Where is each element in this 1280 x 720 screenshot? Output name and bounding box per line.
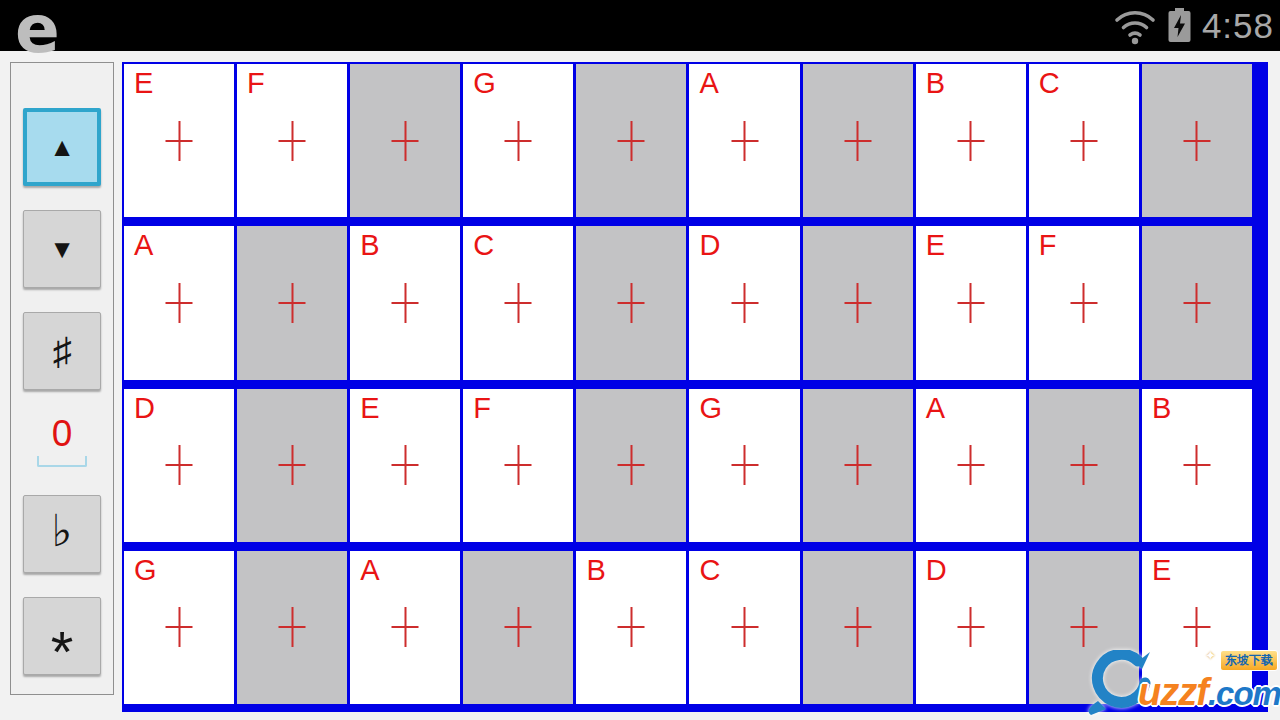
crosshair-icon (1183, 607, 1210, 647)
crosshair-icon (844, 607, 871, 647)
note-cell-G-r4c1[interactable]: G (124, 551, 234, 704)
sparkle-icon: ✦ (1205, 648, 1216, 663)
note-cell-A-r4c3[interactable]: A (350, 551, 460, 704)
sharp-cell-As-r4c4[interactable] (463, 551, 573, 704)
crosshair-icon (392, 445, 419, 485)
note-cell-B-r1c8[interactable]: B (916, 64, 1026, 217)
crosshair-icon (844, 445, 871, 485)
note-cell-E-r2c8[interactable]: E (916, 226, 1026, 379)
note-label: B (360, 229, 379, 262)
crosshair-icon (1183, 283, 1210, 323)
status-bar: e 4:58 (0, 0, 1280, 51)
up-button[interactable]: ▲ (23, 108, 101, 186)
crosshair-icon (1070, 607, 1097, 647)
sharp-cell-Ds-r3c2[interactable] (237, 389, 347, 542)
note-label: G (699, 392, 722, 425)
sharp-cell-As-r3c9[interactable] (1029, 389, 1139, 542)
sharp-cell-Gs-r4c2[interactable] (237, 551, 347, 704)
watermark-main-text: uzzf (1138, 671, 1208, 713)
sharp-cell-Fs-r2c10[interactable] (1142, 226, 1252, 379)
crosshair-icon (731, 445, 758, 485)
toolbar-panel: ▲ ▼ ♯ 0 ♭ * (10, 62, 114, 695)
crosshair-icon (166, 283, 193, 323)
note-label: A (699, 67, 718, 100)
note-label: E (360, 392, 379, 425)
star-button[interactable]: * (23, 597, 101, 675)
crosshair-icon (166, 445, 193, 485)
note-grid: EFGABCABCDEFDEFGABGABCDE (122, 62, 1268, 712)
down-triangle-icon: ▼ (49, 234, 75, 265)
note-label: B (586, 554, 605, 587)
crosshair-icon (392, 607, 419, 647)
watermark-text: uzzf.com (1138, 671, 1280, 714)
note-label: A (926, 392, 945, 425)
crosshair-icon (844, 121, 871, 161)
note-label: B (926, 67, 945, 100)
note-cell-A-r3c8[interactable]: A (916, 389, 1026, 542)
star-icon: * (51, 617, 74, 684)
watermark-suffix-text: .com (1208, 675, 1280, 712)
note-cell-G-r3c6[interactable]: G (689, 389, 799, 542)
note-label: E (1152, 554, 1171, 587)
crosshair-icon (505, 283, 532, 323)
crosshair-icon (844, 283, 871, 323)
counter-underline (37, 456, 87, 467)
crosshair-icon (392, 121, 419, 161)
app-screen: e 4:58 ▲ ▼ ♯ (0, 0, 1280, 720)
note-cell-F-r2c9[interactable]: F (1029, 226, 1139, 379)
note-label: D (699, 229, 720, 262)
sharp-cell-Cs-r1c10[interactable] (1142, 64, 1252, 217)
note-label: D (926, 554, 947, 587)
counter-value: 0 (30, 413, 94, 455)
note-label: E (926, 229, 945, 262)
sharp-cell-Cs-r4c7[interactable] (803, 551, 913, 704)
sharp-cell-Fs-r1c3[interactable] (350, 64, 460, 217)
crosshair-icon (957, 121, 984, 161)
note-cell-F-r3c4[interactable]: F (463, 389, 573, 542)
crosshair-icon (392, 283, 419, 323)
counter-field[interactable]: 0 (30, 413, 94, 467)
wifi-icon (1113, 7, 1157, 45)
crosshair-icon (1070, 121, 1097, 161)
crosshair-icon (279, 121, 306, 161)
crosshair-icon (731, 283, 758, 323)
sharp-button[interactable]: ♯ (23, 312, 101, 390)
note-label: B (1152, 392, 1171, 425)
note-cell-A-r1c6[interactable]: A (689, 64, 799, 217)
crosshair-icon (279, 445, 306, 485)
sharp-cell-As-r2c2[interactable] (237, 226, 347, 379)
note-cell-D-r4c8[interactable]: D (916, 551, 1026, 704)
crosshair-icon (618, 445, 645, 485)
crosshair-icon (279, 283, 306, 323)
status-icons: 4:58 (1113, 0, 1274, 51)
flat-icon: ♭ (52, 505, 73, 556)
app-logo-e: e (15, 0, 60, 68)
note-label: G (134, 554, 157, 587)
crosshair-icon (279, 607, 306, 647)
note-cell-C-r2c4[interactable]: C (463, 226, 573, 379)
crosshair-icon (957, 283, 984, 323)
sharp-cell-Gs-r1c5[interactable] (576, 64, 686, 217)
sharp-cell-Fs-r3c5[interactable] (576, 389, 686, 542)
note-cell-C-r4c6[interactable]: C (689, 551, 799, 704)
note-label: A (360, 554, 379, 587)
crosshair-icon (166, 121, 193, 161)
note-label: F (1039, 229, 1057, 262)
sharp-cell-As-r1c7[interactable] (803, 64, 913, 217)
crosshair-icon (1070, 445, 1097, 485)
crosshair-icon (166, 607, 193, 647)
flat-button[interactable]: ♭ (23, 495, 101, 573)
crosshair-icon (731, 121, 758, 161)
crosshair-icon (1070, 283, 1097, 323)
note-cell-F-r1c2[interactable]: F (237, 64, 347, 217)
battery-charging-icon (1168, 8, 1191, 43)
note-label: C (473, 229, 494, 262)
note-cell-E-r1c1[interactable]: E (124, 64, 234, 217)
crosshair-icon (618, 607, 645, 647)
note-cell-A-r2c1[interactable]: A (124, 226, 234, 379)
note-label: D (134, 392, 155, 425)
note-label: F (473, 392, 491, 425)
sharp-icon: ♯ (53, 330, 72, 373)
sharp-cell-Gs-r3c7[interactable] (803, 389, 913, 542)
sharp-cell-Ds-r2c7[interactable] (803, 226, 913, 379)
crosshair-icon (505, 607, 532, 647)
note-cell-D-r2c6[interactable]: D (689, 226, 799, 379)
note-cell-D-r3c1[interactable]: D (124, 389, 234, 542)
note-cell-B-r2c3[interactable]: B (350, 226, 460, 379)
note-label: E (134, 67, 153, 100)
crosshair-icon (957, 607, 984, 647)
watermark: uzzf.com ✦ 东坡下载 (1082, 650, 1280, 716)
note-label: C (699, 554, 720, 587)
note-cell-B-r4c5[interactable]: B (576, 551, 686, 704)
down-button[interactable]: ▼ (23, 210, 101, 288)
note-label: G (473, 67, 496, 100)
note-label: F (247, 67, 265, 100)
crosshair-icon (618, 283, 645, 323)
crosshair-icon (1183, 121, 1210, 161)
note-cell-E-r3c3[interactable]: E (350, 389, 460, 542)
note-label: A (134, 229, 153, 262)
crosshair-icon (731, 607, 758, 647)
crosshair-icon (505, 445, 532, 485)
crosshair-icon (1183, 445, 1210, 485)
note-cell-B-r3c10[interactable]: B (1142, 389, 1252, 542)
clock: 4:58 (1202, 6, 1274, 46)
crosshair-icon (618, 121, 645, 161)
crosshair-icon (957, 445, 984, 485)
up-triangle-icon: ▲ (49, 132, 75, 163)
sharp-cell-Cs-r2c5[interactable] (576, 226, 686, 379)
note-cell-G-r1c4[interactable]: G (463, 64, 573, 217)
watermark-badge: 东坡下载 (1220, 650, 1278, 671)
note-cell-C-r1c9[interactable]: C (1029, 64, 1139, 217)
note-label: C (1039, 67, 1060, 100)
crosshair-icon (505, 121, 532, 161)
